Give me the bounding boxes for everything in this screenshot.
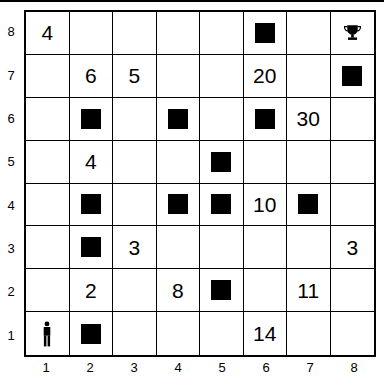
cell-r2c6[interactable]: [244, 269, 288, 312]
block-square: [81, 194, 101, 214]
cell-r8c7[interactable]: [287, 12, 331, 55]
cell-r7c4[interactable]: [157, 55, 201, 98]
col-label-8: 8: [332, 360, 376, 380]
col-labels: 12345678: [24, 360, 376, 380]
cell-r5c1[interactable]: [26, 141, 70, 184]
cell-r5c5: [200, 141, 244, 184]
puzzle-diagram: 87654321 4 652030410332811 14 12345678: [0, 0, 384, 385]
cell-r8c1-clue[interactable]: 4: [26, 12, 70, 55]
cell-r4c1[interactable]: [26, 184, 70, 227]
block-square: [81, 237, 101, 257]
row-labels: 87654321: [0, 10, 22, 357]
col-label-1: 1: [24, 360, 68, 380]
block-square: [255, 109, 275, 129]
block-square: [211, 152, 231, 172]
person-icon: [41, 321, 53, 347]
cell-r5c7[interactable]: [287, 141, 331, 184]
cell-r1c1[interactable]: [26, 312, 70, 355]
cell-r4c7: [287, 184, 331, 227]
cell-r2c8[interactable]: [331, 269, 375, 312]
cell-r8c4[interactable]: [157, 12, 201, 55]
trophy-icon: [343, 24, 362, 42]
cell-r6c5[interactable]: [200, 98, 244, 141]
cell-r3c2: [70, 226, 114, 269]
cell-r3c3-clue[interactable]: 3: [113, 226, 157, 269]
cell-r3c7[interactable]: [287, 226, 331, 269]
cell-r1c5[interactable]: [200, 312, 244, 355]
cell-r1c8[interactable]: [331, 312, 375, 355]
cell-r8c5[interactable]: [200, 12, 244, 55]
cell-r5c8[interactable]: [331, 141, 375, 184]
cell-r1c4[interactable]: [157, 312, 201, 355]
cell-r6c3[interactable]: [113, 98, 157, 141]
cell-r1c2: [70, 312, 114, 355]
cell-r1c7[interactable]: [287, 312, 331, 355]
cell-r6c8[interactable]: [331, 98, 375, 141]
cell-r1c6-clue[interactable]: 14: [244, 312, 288, 355]
cell-r7c7[interactable]: [287, 55, 331, 98]
block-square: [211, 280, 231, 300]
col-label-5: 5: [200, 360, 244, 380]
cell-r2c7-clue[interactable]: 11: [287, 269, 331, 312]
cell-r3c4[interactable]: [157, 226, 201, 269]
block-square: [81, 324, 101, 344]
cell-r7c2-clue[interactable]: 6: [70, 55, 114, 98]
cell-r5c2-clue[interactable]: 4: [70, 141, 114, 184]
row-label-5: 5: [0, 140, 22, 183]
cell-r2c2-clue[interactable]: 2: [70, 269, 114, 312]
cell-r1c3[interactable]: [113, 312, 157, 355]
cell-r7c3-clue[interactable]: 5: [113, 55, 157, 98]
cell-r7c5[interactable]: [200, 55, 244, 98]
col-label-3: 3: [112, 360, 156, 380]
row-label-7: 7: [0, 53, 22, 96]
block-square: [168, 194, 188, 214]
cell-r5c3[interactable]: [113, 141, 157, 184]
cell-r2c1[interactable]: [26, 269, 70, 312]
block-square: [168, 109, 188, 129]
block-square: [255, 23, 275, 43]
cell-r7c6-clue[interactable]: 20: [244, 55, 288, 98]
cell-r6c4: [157, 98, 201, 141]
cell-r7c1[interactable]: [26, 55, 70, 98]
cell-r8c8[interactable]: [331, 12, 375, 55]
row-label-4: 4: [0, 184, 22, 227]
cell-r3c5[interactable]: [200, 226, 244, 269]
cell-r4c5: [200, 184, 244, 227]
cell-r3c6[interactable]: [244, 226, 288, 269]
block-square: [211, 194, 231, 214]
cell-r6c6: [244, 98, 288, 141]
cell-r2c4-clue[interactable]: 8: [157, 269, 201, 312]
board: 4 652030410332811 14: [24, 10, 376, 357]
col-label-4: 4: [156, 360, 200, 380]
cell-r6c2: [70, 98, 114, 141]
cell-r3c8-clue[interactable]: 3: [331, 226, 375, 269]
block-square: [342, 66, 362, 86]
row-label-8: 8: [0, 10, 22, 53]
col-label-7: 7: [288, 360, 332, 380]
col-label-2: 2: [68, 360, 112, 380]
cell-r4c6-clue[interactable]: 10: [244, 184, 288, 227]
row-label-6: 6: [0, 97, 22, 140]
cell-r7c8: [331, 55, 375, 98]
cell-r4c4: [157, 184, 201, 227]
cell-r6c7-clue[interactable]: 30: [287, 98, 331, 141]
cell-r4c8[interactable]: [331, 184, 375, 227]
cell-r2c5: [200, 269, 244, 312]
cell-r3c1[interactable]: [26, 226, 70, 269]
block-square: [81, 109, 101, 129]
cell-r8c6: [244, 12, 288, 55]
cell-r4c2: [70, 184, 114, 227]
cell-r8c3[interactable]: [113, 12, 157, 55]
top-divider: [0, 0, 384, 2]
cell-r2c3[interactable]: [113, 269, 157, 312]
row-label-3: 3: [0, 227, 22, 270]
cell-r4c3[interactable]: [113, 184, 157, 227]
cell-r6c1[interactable]: [26, 98, 70, 141]
row-label-1: 1: [0, 314, 22, 357]
cell-r8c2[interactable]: [70, 12, 114, 55]
cell-r5c4[interactable]: [157, 141, 201, 184]
block-square: [298, 194, 318, 214]
col-label-6: 6: [244, 360, 288, 380]
row-label-2: 2: [0, 270, 22, 313]
cell-r5c6[interactable]: [244, 141, 288, 184]
